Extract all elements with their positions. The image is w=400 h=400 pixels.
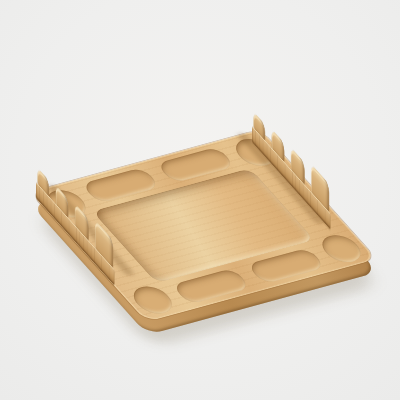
photo-scene: Light beech-wood rectangular tray board … [0,0,400,400]
